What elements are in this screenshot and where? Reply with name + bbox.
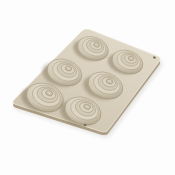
product-photo-scene	[0, 0, 175, 175]
silicone-mold-photo	[0, 0, 175, 175]
